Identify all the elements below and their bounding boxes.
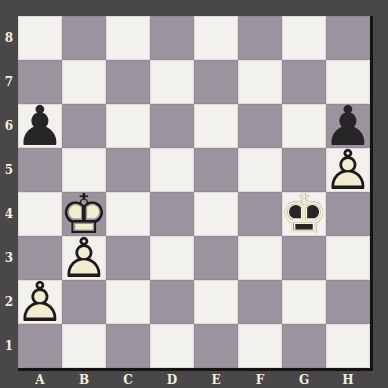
file-label-d: D xyxy=(150,371,194,388)
square-h5[interactable]: ♟♙ xyxy=(326,148,370,192)
square-c2[interactable] xyxy=(106,280,150,324)
square-b4[interactable]: ♚♔ xyxy=(62,192,106,236)
white-pawn-fill-glyph: ♟ xyxy=(62,236,106,280)
file-label-b: B xyxy=(62,371,106,388)
square-h6[interactable]: ♟ xyxy=(326,104,370,148)
square-g7[interactable] xyxy=(282,60,326,104)
square-g8[interactable] xyxy=(282,16,326,60)
white-king-b4[interactable]: ♚♔ xyxy=(62,192,106,236)
file-label-f: F xyxy=(238,371,282,388)
square-a6[interactable]: ♟ xyxy=(18,104,62,148)
square-h3[interactable] xyxy=(326,236,370,280)
square-e6[interactable] xyxy=(194,104,238,148)
white-king-outline-glyph: ♔ xyxy=(62,192,106,236)
square-b2[interactable] xyxy=(62,280,106,324)
file-label-h: H xyxy=(326,371,370,388)
black-pawn-a6[interactable]: ♟ xyxy=(18,104,62,148)
square-f3[interactable] xyxy=(238,236,282,280)
square-b8[interactable] xyxy=(62,16,106,60)
square-h2[interactable] xyxy=(326,280,370,324)
square-f8[interactable] xyxy=(238,16,282,60)
square-a5[interactable] xyxy=(18,148,62,192)
rank-label-7: 7 xyxy=(0,60,18,104)
square-e8[interactable] xyxy=(194,16,238,60)
square-f6[interactable] xyxy=(238,104,282,148)
square-c8[interactable] xyxy=(106,16,150,60)
white-pawn-a2[interactable]: ♟♙ xyxy=(18,280,62,324)
black-king-fill-glyph: ♚ xyxy=(282,192,326,236)
square-a4[interactable] xyxy=(18,192,62,236)
square-e1[interactable] xyxy=(194,324,238,368)
square-h8[interactable] xyxy=(326,16,370,60)
square-e5[interactable] xyxy=(194,148,238,192)
white-king-fill-glyph: ♚ xyxy=(62,192,106,236)
rank-label-8: 8 xyxy=(0,16,18,60)
square-c7[interactable] xyxy=(106,60,150,104)
square-f5[interactable] xyxy=(238,148,282,192)
square-g4[interactable]: ♚♔ xyxy=(282,192,326,236)
white-pawn-h5[interactable]: ♟♙ xyxy=(326,148,370,192)
rank-label-6: 6 xyxy=(0,104,18,148)
square-d6[interactable] xyxy=(150,104,194,148)
black-king-outline-glyph: ♔ xyxy=(282,192,326,236)
rank-label-3: 3 xyxy=(0,236,18,280)
square-a8[interactable] xyxy=(18,16,62,60)
square-g3[interactable] xyxy=(282,236,326,280)
white-pawn-b3[interactable]: ♟♙ xyxy=(62,236,106,280)
black-king-g4[interactable]: ♚♔ xyxy=(282,192,326,236)
file-label-e: E xyxy=(194,371,238,388)
square-h7[interactable] xyxy=(326,60,370,104)
square-d8[interactable] xyxy=(150,16,194,60)
rank-label-1: 1 xyxy=(0,324,18,368)
white-pawn-fill-glyph: ♟ xyxy=(18,280,62,324)
white-pawn-outline-glyph: ♙ xyxy=(62,236,106,280)
square-b3[interactable]: ♟♙ xyxy=(62,236,106,280)
square-c5[interactable] xyxy=(106,148,150,192)
square-g1[interactable] xyxy=(282,324,326,368)
rank-label-5: 5 xyxy=(0,148,18,192)
square-g5[interactable] xyxy=(282,148,326,192)
square-e2[interactable] xyxy=(194,280,238,324)
square-f2[interactable] xyxy=(238,280,282,324)
rank-labels: 87654321 xyxy=(0,16,18,368)
black-pawn-fill-glyph: ♟ xyxy=(326,104,370,148)
file-label-a: A xyxy=(18,371,62,388)
square-g6[interactable] xyxy=(282,104,326,148)
square-f7[interactable] xyxy=(238,60,282,104)
chess-board: ♟♟♟♙♚♔♚♔♟♙♟♙ xyxy=(18,16,373,371)
file-label-c: C xyxy=(106,371,150,388)
square-c4[interactable] xyxy=(106,192,150,236)
chess-diagram: 87654321 ♟♟♟♙♚♔♚♔♟♙♟♙ ABCDEFGH xyxy=(0,0,388,388)
rank-label-2: 2 xyxy=(0,280,18,324)
white-pawn-outline-glyph: ♙ xyxy=(18,280,62,324)
square-e7[interactable] xyxy=(194,60,238,104)
black-pawn-fill-glyph: ♟ xyxy=(18,104,62,148)
file-labels: ABCDEFGH xyxy=(18,371,370,388)
square-a2[interactable]: ♟♙ xyxy=(18,280,62,324)
square-c3[interactable] xyxy=(106,236,150,280)
square-c6[interactable] xyxy=(106,104,150,148)
square-b1[interactable] xyxy=(62,324,106,368)
square-e4[interactable] xyxy=(194,192,238,236)
white-pawn-fill-glyph: ♟ xyxy=(326,148,370,192)
square-d7[interactable] xyxy=(150,60,194,104)
square-a3[interactable] xyxy=(18,236,62,280)
square-g2[interactable] xyxy=(282,280,326,324)
square-d1[interactable] xyxy=(150,324,194,368)
square-f1[interactable] xyxy=(238,324,282,368)
file-label-g: G xyxy=(282,371,326,388)
square-d3[interactable] xyxy=(150,236,194,280)
square-b6[interactable] xyxy=(62,104,106,148)
square-b7[interactable] xyxy=(62,60,106,104)
square-h4[interactable] xyxy=(326,192,370,236)
square-h1[interactable] xyxy=(326,324,370,368)
square-f4[interactable] xyxy=(238,192,282,236)
square-d4[interactable] xyxy=(150,192,194,236)
square-a7[interactable] xyxy=(18,60,62,104)
square-c1[interactable] xyxy=(106,324,150,368)
square-d5[interactable] xyxy=(150,148,194,192)
square-e3[interactable] xyxy=(194,236,238,280)
rank-label-4: 4 xyxy=(0,192,18,236)
square-a1[interactable] xyxy=(18,324,62,368)
square-b5[interactable] xyxy=(62,148,106,192)
white-pawn-outline-glyph: ♙ xyxy=(326,148,370,192)
square-d2[interactable] xyxy=(150,280,194,324)
black-pawn-h6[interactable]: ♟ xyxy=(326,104,370,148)
